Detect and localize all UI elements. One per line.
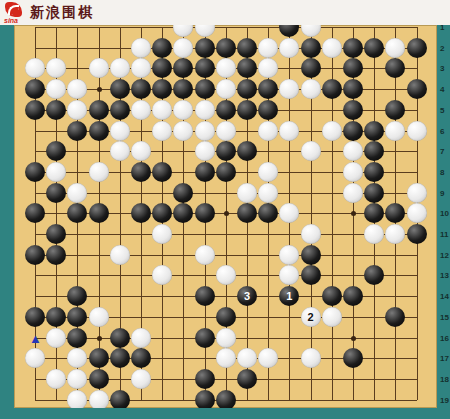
white-stone bbox=[343, 183, 363, 203]
black-stone bbox=[173, 58, 193, 78]
star-point bbox=[97, 336, 102, 341]
white-stone bbox=[67, 100, 87, 120]
white-stone bbox=[301, 348, 321, 368]
black-stone bbox=[258, 79, 278, 99]
black-stone bbox=[25, 245, 45, 265]
black-stone bbox=[237, 203, 257, 223]
white-stone bbox=[131, 328, 151, 348]
black-stone bbox=[195, 162, 215, 182]
white-stone bbox=[46, 328, 66, 348]
app-title: 新浪围棋 bbox=[30, 4, 94, 22]
white-stone bbox=[89, 162, 109, 182]
black-stone bbox=[237, 100, 257, 120]
white-stone bbox=[195, 141, 215, 161]
white-stone bbox=[279, 203, 299, 223]
black-stone bbox=[301, 38, 321, 58]
white-stone bbox=[173, 38, 193, 58]
white-stone bbox=[89, 307, 109, 327]
row-label-16: 16 bbox=[440, 334, 449, 343]
black-stone bbox=[152, 203, 172, 223]
white-stone bbox=[385, 38, 405, 58]
black-stone bbox=[258, 100, 278, 120]
white-stone bbox=[279, 121, 299, 141]
white-stone bbox=[343, 162, 363, 182]
black-stone bbox=[46, 224, 66, 244]
white-stone bbox=[131, 141, 151, 161]
black-stone bbox=[152, 38, 172, 58]
black-stone bbox=[25, 162, 45, 182]
black-stone bbox=[173, 203, 193, 223]
white-stone bbox=[343, 141, 363, 161]
black-stone bbox=[301, 245, 321, 265]
white-stone bbox=[46, 58, 66, 78]
black-stone bbox=[67, 121, 87, 141]
black-stone bbox=[216, 38, 236, 58]
black-stone bbox=[89, 121, 109, 141]
black-stone bbox=[46, 183, 66, 203]
black-stone bbox=[195, 58, 215, 78]
black-stone bbox=[173, 183, 193, 203]
white-stone bbox=[364, 224, 384, 244]
black-stone bbox=[364, 121, 384, 141]
go-board[interactable]: 312▲ bbox=[14, 25, 437, 408]
white-stone bbox=[173, 100, 193, 120]
title-bar: sina 新浪围棋 bbox=[0, 0, 450, 26]
row-label-9: 9 bbox=[440, 189, 444, 198]
black-stone bbox=[216, 307, 236, 327]
white-stone bbox=[152, 265, 172, 285]
grid-line-horizontal bbox=[35, 234, 417, 235]
black-stone bbox=[25, 79, 45, 99]
white-stone bbox=[407, 183, 427, 203]
star-point bbox=[351, 336, 356, 341]
black-stone bbox=[343, 100, 363, 120]
black-stone bbox=[89, 348, 109, 368]
white-stone bbox=[407, 121, 427, 141]
star-point bbox=[351, 211, 356, 216]
white-stone bbox=[301, 224, 321, 244]
black-stone bbox=[131, 162, 151, 182]
star-point bbox=[97, 87, 102, 92]
white-stone bbox=[110, 121, 130, 141]
white-stone bbox=[237, 348, 257, 368]
black-stone bbox=[67, 328, 87, 348]
white-stone bbox=[152, 100, 172, 120]
row-label-3: 3 bbox=[440, 64, 444, 73]
black-stone bbox=[67, 286, 87, 306]
board-frame: 312▲ 12345678910111213141516171819 bbox=[0, 25, 450, 419]
row-label-19: 19 bbox=[440, 396, 449, 405]
black-stone bbox=[152, 162, 172, 182]
row-label-6: 6 bbox=[440, 127, 444, 136]
black-stone bbox=[407, 38, 427, 58]
black-stone bbox=[89, 369, 109, 389]
row-label-11: 11 bbox=[440, 230, 448, 239]
white-stone bbox=[258, 58, 278, 78]
black-stone bbox=[46, 307, 66, 327]
white-stone bbox=[89, 390, 109, 408]
white-stone bbox=[46, 162, 66, 182]
row-label-10: 10 bbox=[440, 209, 449, 218]
black-stone bbox=[216, 100, 236, 120]
black-stone bbox=[385, 203, 405, 223]
black-stone bbox=[131, 348, 151, 368]
black-stone bbox=[152, 58, 172, 78]
black-stone bbox=[110, 100, 130, 120]
black-stone bbox=[343, 79, 363, 99]
row-label-1: 1 bbox=[440, 23, 444, 32]
white-stone bbox=[258, 348, 278, 368]
black-stone bbox=[152, 79, 172, 99]
black-stone bbox=[89, 203, 109, 223]
black-stone bbox=[343, 348, 363, 368]
black-stone bbox=[385, 100, 405, 120]
white-stone bbox=[67, 390, 87, 408]
move-3-stone: 3 bbox=[237, 286, 257, 306]
black-stone bbox=[195, 203, 215, 223]
black-stone bbox=[343, 286, 363, 306]
white-stone bbox=[279, 245, 299, 265]
white-stone bbox=[67, 183, 87, 203]
white-stone bbox=[258, 162, 278, 182]
black-stone bbox=[343, 121, 363, 141]
grid-line-horizontal bbox=[35, 255, 417, 256]
black-stone bbox=[343, 38, 363, 58]
black-stone bbox=[195, 286, 215, 306]
white-stone bbox=[322, 307, 342, 327]
white-stone bbox=[25, 348, 45, 368]
white-stone bbox=[258, 183, 278, 203]
black-stone bbox=[46, 245, 66, 265]
black-stone bbox=[385, 58, 405, 78]
black-stone bbox=[237, 369, 257, 389]
move-1-stone: 1 bbox=[279, 286, 299, 306]
black-stone bbox=[195, 328, 215, 348]
black-stone bbox=[364, 265, 384, 285]
white-stone bbox=[152, 121, 172, 141]
black-stone bbox=[237, 141, 257, 161]
black-stone bbox=[385, 307, 405, 327]
white-stone bbox=[131, 100, 151, 120]
white-stone bbox=[216, 58, 236, 78]
row-label-4: 4 bbox=[440, 85, 444, 94]
white-stone bbox=[195, 25, 215, 37]
white-stone bbox=[216, 79, 236, 99]
white-stone bbox=[216, 348, 236, 368]
white-stone bbox=[89, 58, 109, 78]
white-stone bbox=[301, 79, 321, 99]
black-stone bbox=[110, 390, 130, 408]
black-stone bbox=[364, 183, 384, 203]
row-label-2: 2 bbox=[440, 44, 444, 53]
white-stone bbox=[110, 141, 130, 161]
white-stone bbox=[195, 100, 215, 120]
black-stone bbox=[25, 203, 45, 223]
black-stone bbox=[67, 307, 87, 327]
black-stone bbox=[407, 224, 427, 244]
black-stone bbox=[216, 390, 236, 408]
black-stone bbox=[195, 38, 215, 58]
star-point bbox=[224, 211, 229, 216]
sina-go-client-window: sina 新浪围棋 312▲ 1234567891011121314151617… bbox=[0, 0, 450, 419]
white-stone bbox=[152, 224, 172, 244]
white-stone bbox=[46, 369, 66, 389]
white-stone bbox=[385, 224, 405, 244]
white-stone bbox=[46, 79, 66, 99]
black-stone bbox=[110, 79, 130, 99]
white-stone bbox=[258, 121, 278, 141]
black-stone bbox=[279, 25, 299, 37]
move-2-stone: 2 bbox=[301, 307, 321, 327]
white-stone bbox=[195, 245, 215, 265]
row-label-12: 12 bbox=[440, 251, 449, 260]
row-label-17: 17 bbox=[440, 354, 449, 363]
black-stone bbox=[407, 79, 427, 99]
black-stone bbox=[110, 328, 130, 348]
black-stone bbox=[364, 38, 384, 58]
black-stone bbox=[110, 348, 130, 368]
black-stone bbox=[173, 79, 193, 99]
black-stone bbox=[25, 307, 45, 327]
white-stone bbox=[216, 328, 236, 348]
black-stone bbox=[195, 390, 215, 408]
white-stone bbox=[237, 183, 257, 203]
black-stone bbox=[258, 203, 278, 223]
white-stone bbox=[322, 121, 342, 141]
row-label-8: 8 bbox=[440, 168, 444, 177]
black-stone bbox=[216, 141, 236, 161]
white-stone bbox=[195, 121, 215, 141]
black-stone bbox=[301, 265, 321, 285]
black-stone bbox=[237, 58, 257, 78]
white-stone bbox=[385, 121, 405, 141]
white-stone bbox=[258, 38, 278, 58]
black-stone bbox=[195, 79, 215, 99]
white-stone bbox=[173, 25, 193, 37]
black-stone bbox=[364, 203, 384, 223]
white-stone bbox=[407, 203, 427, 223]
black-stone bbox=[237, 38, 257, 58]
white-stone bbox=[67, 79, 87, 99]
white-stone bbox=[67, 369, 87, 389]
white-stone bbox=[25, 58, 45, 78]
black-stone bbox=[322, 79, 342, 99]
white-stone bbox=[279, 79, 299, 99]
white-stone bbox=[110, 58, 130, 78]
black-stone bbox=[25, 100, 45, 120]
white-stone bbox=[131, 38, 151, 58]
black-stone bbox=[364, 141, 384, 161]
white-stone bbox=[131, 369, 151, 389]
white-stone bbox=[110, 245, 130, 265]
black-stone bbox=[364, 162, 384, 182]
row-label-7: 7 bbox=[440, 147, 444, 156]
white-stone bbox=[216, 121, 236, 141]
black-stone bbox=[46, 100, 66, 120]
sina-logo-icon bbox=[5, 2, 22, 17]
white-stone bbox=[279, 38, 299, 58]
white-stone bbox=[322, 38, 342, 58]
black-stone bbox=[131, 79, 151, 99]
black-stone bbox=[67, 203, 87, 223]
row-label-5: 5 bbox=[440, 106, 444, 115]
row-label-15: 15 bbox=[440, 313, 449, 322]
white-stone bbox=[131, 58, 151, 78]
white-stone bbox=[301, 141, 321, 161]
black-stone bbox=[195, 369, 215, 389]
row-label-18: 18 bbox=[440, 375, 449, 384]
black-stone bbox=[216, 162, 236, 182]
row-label-14: 14 bbox=[440, 292, 449, 301]
sina-logo-text: sina bbox=[4, 17, 18, 24]
row-label-13: 13 bbox=[440, 271, 449, 280]
black-stone bbox=[46, 141, 66, 161]
white-stone bbox=[173, 121, 193, 141]
triangle-marker: ▲ bbox=[29, 332, 42, 345]
white-stone bbox=[216, 265, 236, 285]
black-stone bbox=[343, 58, 363, 78]
black-stone bbox=[237, 79, 257, 99]
white-stone bbox=[67, 348, 87, 368]
white-stone bbox=[301, 25, 321, 37]
white-stone bbox=[279, 265, 299, 285]
black-stone bbox=[89, 100, 109, 120]
black-stone bbox=[301, 58, 321, 78]
black-stone bbox=[322, 286, 342, 306]
black-stone bbox=[131, 203, 151, 223]
